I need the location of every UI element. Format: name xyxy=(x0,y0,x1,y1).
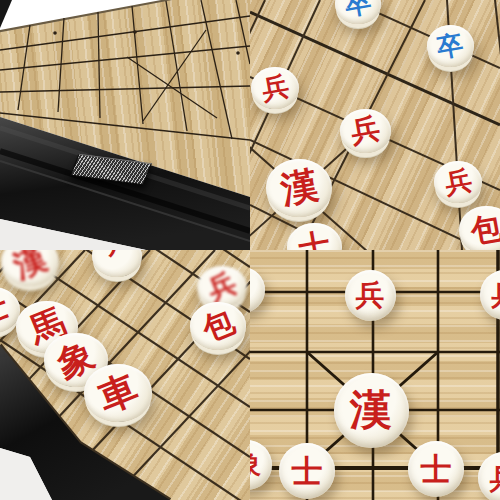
piece-byeong-soldier: 兵 xyxy=(434,161,482,203)
piece-character: 象 xyxy=(250,451,261,479)
piece-character: 兵 xyxy=(490,464,500,493)
piece-character: 士 xyxy=(292,456,323,487)
piece-sa-advisor: 士 xyxy=(279,443,335,499)
photo-pieces-on-corner: 漢兵士馬象車兵包 xyxy=(0,250,250,500)
piece-byeong-soldier: 兵 xyxy=(345,270,396,321)
piece-character: 卒 xyxy=(435,31,465,61)
photo-pieces-angled: 卒卒兵兵漢兵包士 xyxy=(250,0,500,250)
piece-character: 漢 xyxy=(350,389,392,431)
piece-character: 漢 xyxy=(9,250,51,283)
photo-palace-closeup: 兵兵漢士士象兵 xyxy=(250,250,500,500)
piece-character: 漢 xyxy=(278,167,321,210)
piece-character: 兵 xyxy=(99,250,135,258)
piece-cha-chariot: 車 xyxy=(84,364,152,421)
piece-han-general: 漢 xyxy=(334,373,409,448)
piece-character: 兵 xyxy=(259,72,290,103)
piece-sa-advisor: 士 xyxy=(408,441,464,497)
piece-han-general: 漢 xyxy=(266,159,332,217)
piece-character: 兵 xyxy=(491,281,500,309)
piece-character: 卒 xyxy=(343,0,373,19)
piece-character: 包 xyxy=(468,212,500,248)
piece-byeong-soldier: 兵 xyxy=(251,67,299,109)
piece-character: 士 xyxy=(296,229,332,250)
photo-folded-board xyxy=(0,0,250,250)
piece-character: 兵 xyxy=(442,166,473,197)
piece-character: 士 xyxy=(0,290,13,329)
piece-jol-soldier: 卒 xyxy=(427,25,474,66)
piece-character: 車 xyxy=(93,368,142,417)
product-photo-collage: 卒卒兵兵漢兵包士 xyxy=(0,0,500,500)
piece-character: 士 xyxy=(421,454,452,485)
piece-character: 兵 xyxy=(356,281,385,310)
piece-character: 包 xyxy=(198,306,238,346)
piece-character: 兵 xyxy=(204,269,240,305)
piece-po-cannon: 包 xyxy=(190,302,246,349)
piece-character: 兵 xyxy=(348,114,382,148)
piece-byeong-soldier: 兵 xyxy=(340,109,391,154)
